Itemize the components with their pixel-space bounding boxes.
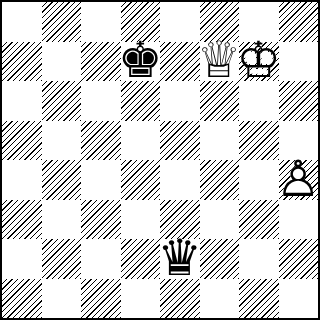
square-c4[interactable]: [81, 160, 121, 200]
square-e4[interactable]: [160, 160, 200, 200]
square-a4[interactable]: [2, 160, 42, 200]
square-e5[interactable]: [160, 121, 200, 161]
piece-white-pawn[interactable]: ♟♙: [279, 160, 319, 200]
square-e6[interactable]: [160, 81, 200, 121]
square-a7[interactable]: [2, 42, 42, 82]
square-d4[interactable]: [121, 160, 161, 200]
piece-glyph: ♙: [279, 159, 319, 199]
piece-white-king[interactable]: ♚♔: [239, 42, 279, 82]
piece-glyph: ♔: [239, 41, 279, 81]
square-g2[interactable]: [239, 239, 279, 279]
square-a5[interactable]: [2, 121, 42, 161]
square-g6[interactable]: [239, 81, 279, 121]
square-h2[interactable]: [279, 239, 319, 279]
square-c1[interactable]: [81, 279, 121, 319]
piece-glyph: ♕: [200, 41, 240, 81]
square-b3[interactable]: [42, 200, 82, 240]
square-f7[interactable]: ♛♕: [200, 42, 240, 82]
square-b7[interactable]: [42, 42, 82, 82]
square-h8[interactable]: [279, 2, 319, 42]
square-f3[interactable]: [200, 200, 240, 240]
square-e7[interactable]: [160, 42, 200, 82]
square-g1[interactable]: [239, 279, 279, 319]
square-e2[interactable]: ♛: [160, 239, 200, 279]
square-f6[interactable]: [200, 81, 240, 121]
piece-glyph: ♛: [160, 238, 200, 278]
square-g5[interactable]: [239, 121, 279, 161]
square-b5[interactable]: [42, 121, 82, 161]
square-f1[interactable]: [200, 279, 240, 319]
square-d3[interactable]: [121, 200, 161, 240]
square-g7[interactable]: ♚♔: [239, 42, 279, 82]
square-h3[interactable]: [279, 200, 319, 240]
piece-white-queen[interactable]: ♛♕: [200, 42, 240, 82]
square-b6[interactable]: [42, 81, 82, 121]
square-d6[interactable]: [121, 81, 161, 121]
piece-glyph: ♚: [121, 41, 161, 81]
square-c3[interactable]: [81, 200, 121, 240]
square-c5[interactable]: [81, 121, 121, 161]
square-f5[interactable]: [200, 121, 240, 161]
square-a1[interactable]: [2, 279, 42, 319]
square-e8[interactable]: [160, 2, 200, 42]
square-d2[interactable]: [121, 239, 161, 279]
square-b1[interactable]: [42, 279, 82, 319]
square-h4[interactable]: ♟♙: [279, 160, 319, 200]
square-c7[interactable]: [81, 42, 121, 82]
square-d1[interactable]: [121, 279, 161, 319]
square-b2[interactable]: [42, 239, 82, 279]
chess-board: ♚♛♕♚♔♟♙♛: [0, 0, 320, 320]
square-g3[interactable]: [239, 200, 279, 240]
square-f4[interactable]: [200, 160, 240, 200]
square-b8[interactable]: [42, 2, 82, 42]
square-a8[interactable]: [2, 2, 42, 42]
square-e1[interactable]: [160, 279, 200, 319]
piece-black-queen[interactable]: ♛: [160, 239, 200, 279]
square-a3[interactable]: [2, 200, 42, 240]
square-d7[interactable]: ♚: [121, 42, 161, 82]
square-h6[interactable]: [279, 81, 319, 121]
square-a6[interactable]: [2, 81, 42, 121]
square-a2[interactable]: [2, 239, 42, 279]
square-c6[interactable]: [81, 81, 121, 121]
piece-black-king[interactable]: ♚: [121, 42, 161, 82]
square-h7[interactable]: [279, 42, 319, 82]
square-h1[interactable]: [279, 279, 319, 319]
square-c2[interactable]: [81, 239, 121, 279]
square-g4[interactable]: [239, 160, 279, 200]
square-d5[interactable]: [121, 121, 161, 161]
square-b4[interactable]: [42, 160, 82, 200]
square-c8[interactable]: [81, 2, 121, 42]
square-f2[interactable]: [200, 239, 240, 279]
